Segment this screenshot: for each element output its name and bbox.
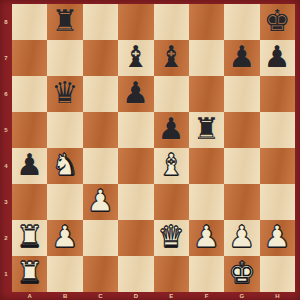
square-a3[interactable]: [12, 184, 47, 220]
white-king-icon[interactable]: ♚: [228, 258, 255, 288]
square-g4[interactable]: [224, 148, 259, 184]
square-h1[interactable]: [260, 256, 295, 292]
square-a6[interactable]: [12, 76, 47, 112]
square-c7[interactable]: [83, 40, 118, 76]
white-pawn-icon[interactable]: ♟: [228, 222, 255, 252]
square-f1[interactable]: [189, 256, 224, 292]
square-g2[interactable]: ♟: [224, 220, 259, 256]
black-pawn-icon[interactable]: ♟: [228, 42, 255, 72]
square-c3[interactable]: ♟: [83, 184, 118, 220]
white-pawn-icon[interactable]: ♟: [52, 222, 79, 252]
white-knight-icon[interactable]: ♞: [52, 150, 79, 180]
square-d1[interactable]: [118, 256, 153, 292]
rank-label-2: 2: [0, 220, 12, 256]
square-a2[interactable]: ♜: [12, 220, 47, 256]
black-pawn-icon[interactable]: ♟: [264, 42, 291, 72]
square-d5[interactable]: [118, 112, 153, 148]
square-h3[interactable]: [260, 184, 295, 220]
square-c1[interactable]: [83, 256, 118, 292]
rank-labels: 87654321: [0, 4, 12, 292]
square-d4[interactable]: [118, 148, 153, 184]
black-rook-icon[interactable]: ♜: [52, 6, 79, 36]
square-g7[interactable]: ♟: [224, 40, 259, 76]
square-g8[interactable]: [224, 4, 259, 40]
square-c6[interactable]: [83, 76, 118, 112]
square-b8[interactable]: ♜: [47, 4, 82, 40]
black-rook-icon[interactable]: ♜: [193, 114, 220, 144]
square-d2[interactable]: [118, 220, 153, 256]
square-b7[interactable]: [47, 40, 82, 76]
square-f2[interactable]: ♟: [189, 220, 224, 256]
square-f3[interactable]: [189, 184, 224, 220]
square-a8[interactable]: [12, 4, 47, 40]
white-rook-icon[interactable]: ♜: [16, 222, 43, 252]
black-pawn-icon[interactable]: ♟: [122, 78, 149, 108]
rank-label-8: 8: [0, 4, 12, 40]
square-f8[interactable]: [189, 4, 224, 40]
rank-label-7: 7: [0, 40, 12, 76]
black-bishop-icon[interactable]: ♝: [158, 42, 185, 72]
white-pawn-icon[interactable]: ♟: [87, 186, 114, 216]
black-bishop-icon[interactable]: ♝: [122, 42, 149, 72]
rank-label-6: 6: [0, 76, 12, 112]
file-label-f: f: [189, 292, 224, 300]
file-label-h: h: [260, 292, 295, 300]
file-label-a: a: [12, 292, 47, 300]
square-b5[interactable]: [47, 112, 82, 148]
square-f6[interactable]: [189, 76, 224, 112]
file-label-e: e: [154, 292, 189, 300]
square-b2[interactable]: ♟: [47, 220, 82, 256]
square-b3[interactable]: [47, 184, 82, 220]
file-label-d: d: [118, 292, 153, 300]
square-c2[interactable]: [83, 220, 118, 256]
white-bishop-icon[interactable]: ♝: [158, 150, 185, 180]
square-h2[interactable]: ♟: [260, 220, 295, 256]
square-h7[interactable]: ♟: [260, 40, 295, 76]
white-pawn-icon[interactable]: ♟: [264, 222, 291, 252]
square-b1[interactable]: [47, 256, 82, 292]
square-d6[interactable]: ♟: [118, 76, 153, 112]
square-h6[interactable]: [260, 76, 295, 112]
square-a1[interactable]: ♜: [12, 256, 47, 292]
rank-label-4: 4: [0, 148, 12, 184]
square-h8[interactable]: ♚: [260, 4, 295, 40]
square-e3[interactable]: [154, 184, 189, 220]
square-d8[interactable]: [118, 4, 153, 40]
board-grid: ♜♚♝♝♟♟♛♟♟♜♟♞♝♟♜♟♛♟♟♟♜♚: [12, 4, 295, 292]
square-e2[interactable]: ♛: [154, 220, 189, 256]
square-a5[interactable]: [12, 112, 47, 148]
file-label-b: b: [47, 292, 82, 300]
white-queen-icon[interactable]: ♛: [158, 222, 185, 252]
square-d7[interactable]: ♝: [118, 40, 153, 76]
square-g3[interactable]: [224, 184, 259, 220]
square-e6[interactable]: [154, 76, 189, 112]
file-labels: abcdefgh: [12, 292, 295, 300]
rank-label-5: 5: [0, 112, 12, 148]
square-d3[interactable]: [118, 184, 153, 220]
rank-label-3: 3: [0, 184, 12, 220]
rank-label-1: 1: [0, 256, 12, 292]
white-rook-icon[interactable]: ♜: [16, 258, 43, 288]
black-pawn-icon[interactable]: ♟: [158, 114, 185, 144]
square-h4[interactable]: [260, 148, 295, 184]
square-c5[interactable]: [83, 112, 118, 148]
square-f5[interactable]: ♜: [189, 112, 224, 148]
chess-board: 87654321 abcdefgh ♜♚♝♝♟♟♛♟♟♜♟♞♝♟♜♟♛♟♟♟♜♚: [0, 0, 300, 300]
square-e8[interactable]: [154, 4, 189, 40]
square-g6[interactable]: [224, 76, 259, 112]
black-king-icon[interactable]: ♚: [264, 6, 291, 36]
black-queen-icon[interactable]: ♛: [52, 78, 79, 108]
square-e5[interactable]: ♟: [154, 112, 189, 148]
square-c8[interactable]: [83, 4, 118, 40]
file-label-c: c: [83, 292, 118, 300]
square-f4[interactable]: [189, 148, 224, 184]
square-b4[interactable]: ♞: [47, 148, 82, 184]
square-b6[interactable]: ♛: [47, 76, 82, 112]
square-a7[interactable]: [12, 40, 47, 76]
square-e7[interactable]: ♝: [154, 40, 189, 76]
square-c4[interactable]: [83, 148, 118, 184]
square-g1[interactable]: ♚: [224, 256, 259, 292]
square-h5[interactable]: [260, 112, 295, 148]
square-e1[interactable]: [154, 256, 189, 292]
file-label-g: g: [224, 292, 259, 300]
square-e4[interactable]: ♝: [154, 148, 189, 184]
square-g5[interactable]: [224, 112, 259, 148]
square-f7[interactable]: [189, 40, 224, 76]
square-a4[interactable]: ♟: [12, 148, 47, 184]
black-pawn-icon[interactable]: ♟: [16, 150, 43, 180]
white-pawn-icon[interactable]: ♟: [193, 222, 220, 252]
